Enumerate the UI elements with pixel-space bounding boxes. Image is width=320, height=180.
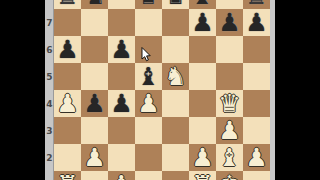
square-b4[interactable]: ♟	[81, 90, 108, 117]
square-h3[interactable]	[243, 117, 270, 144]
white-pawn[interactable]: ♟	[54, 90, 81, 117]
square-g1[interactable]: ♚	[216, 171, 243, 180]
chess-board[interactable]: ♜♞♛♚♝♜♟♟♟♟♟♝♞♟♟♟♟♛♟♟♟♝♟♜♝♜♚	[54, 0, 270, 180]
square-h1[interactable]	[243, 171, 270, 180]
black-rook[interactable]: ♜	[54, 0, 81, 9]
square-f1[interactable]: ♜	[189, 171, 216, 180]
square-b5[interactable]	[81, 63, 108, 90]
square-g2[interactable]: ♝	[216, 144, 243, 171]
black-pawn[interactable]: ♟	[216, 9, 243, 36]
square-a7[interactable]	[54, 9, 81, 36]
square-b7[interactable]	[81, 9, 108, 36]
square-c1[interactable]: ♝	[108, 171, 135, 180]
square-d7[interactable]	[135, 9, 162, 36]
square-g5[interactable]	[216, 63, 243, 90]
black-pawn[interactable]: ♟	[189, 9, 216, 36]
white-pawn[interactable]: ♟	[243, 144, 270, 171]
square-a8[interactable]: ♜	[54, 0, 81, 9]
square-a5[interactable]	[54, 63, 81, 90]
black-pawn[interactable]: ♟	[108, 90, 135, 117]
square-e6[interactable]	[162, 36, 189, 63]
square-f3[interactable]	[189, 117, 216, 144]
rank-coordinate-strip: 87654321	[45, 0, 54, 180]
square-h2[interactable]: ♟	[243, 144, 270, 171]
square-f4[interactable]	[189, 90, 216, 117]
black-pawn[interactable]: ♟	[81, 90, 108, 117]
black-queen[interactable]: ♛	[135, 0, 162, 9]
square-f7[interactable]: ♟	[189, 9, 216, 36]
square-c8[interactable]	[108, 0, 135, 9]
square-d2[interactable]	[135, 144, 162, 171]
white-pawn[interactable]: ♟	[189, 144, 216, 171]
rank-label-4: 4	[45, 90, 54, 117]
rank-label-7: 7	[45, 9, 54, 36]
white-bishop[interactable]: ♝	[216, 144, 243, 171]
square-e7[interactable]	[162, 9, 189, 36]
square-c6[interactable]: ♟	[108, 36, 135, 63]
square-h4[interactable]	[243, 90, 270, 117]
rank-label-1: 1	[45, 171, 54, 180]
square-a2[interactable]	[54, 144, 81, 171]
square-h7[interactable]: ♟	[243, 9, 270, 36]
square-g3[interactable]: ♟	[216, 117, 243, 144]
square-c5[interactable]	[108, 63, 135, 90]
white-rook[interactable]: ♜	[189, 171, 216, 180]
black-pawn[interactable]: ♟	[108, 36, 135, 63]
square-d4[interactable]: ♟	[135, 90, 162, 117]
square-h6[interactable]	[243, 36, 270, 63]
square-a1[interactable]: ♜	[54, 171, 81, 180]
white-pawn[interactable]: ♟	[216, 117, 243, 144]
board-right-edge-strip	[270, 0, 275, 180]
square-f2[interactable]: ♟	[189, 144, 216, 171]
black-knight[interactable]: ♞	[81, 0, 108, 9]
square-d5[interactable]: ♝	[135, 63, 162, 90]
square-e5[interactable]: ♞	[162, 63, 189, 90]
white-king[interactable]: ♚	[216, 171, 243, 180]
black-pawn[interactable]: ♟	[243, 9, 270, 36]
white-queen[interactable]: ♛	[216, 90, 243, 117]
square-f5[interactable]	[189, 63, 216, 90]
square-b3[interactable]	[81, 117, 108, 144]
square-c4[interactable]: ♟	[108, 90, 135, 117]
square-c2[interactable]	[108, 144, 135, 171]
square-b8[interactable]: ♞	[81, 0, 108, 9]
square-d3[interactable]	[135, 117, 162, 144]
rank-label-2: 2	[45, 144, 54, 171]
rank-label-8: 8	[45, 0, 54, 9]
square-g4[interactable]: ♛	[216, 90, 243, 117]
square-e3[interactable]	[162, 117, 189, 144]
white-pawn[interactable]: ♟	[135, 90, 162, 117]
square-b2[interactable]: ♟	[81, 144, 108, 171]
square-a4[interactable]: ♟	[54, 90, 81, 117]
square-b1[interactable]	[81, 171, 108, 180]
square-c7[interactable]	[108, 9, 135, 36]
square-d8[interactable]: ♛	[135, 0, 162, 9]
square-a3[interactable]	[54, 117, 81, 144]
mouse-cursor-icon	[141, 47, 153, 63]
square-a6[interactable]: ♟	[54, 36, 81, 63]
rank-label-5: 5	[45, 63, 54, 90]
square-e1[interactable]	[162, 171, 189, 180]
square-d1[interactable]	[135, 171, 162, 180]
square-e2[interactable]	[162, 144, 189, 171]
white-rook[interactable]: ♜	[54, 171, 81, 180]
black-pawn[interactable]: ♟	[54, 36, 81, 63]
rank-label-3: 3	[45, 117, 54, 144]
square-c3[interactable]	[108, 117, 135, 144]
square-g7[interactable]: ♟	[216, 9, 243, 36]
square-e4[interactable]	[162, 90, 189, 117]
square-f6[interactable]	[189, 36, 216, 63]
video-frame: 87654321 ♜♞♛♚♝♜♟♟♟♟♟♝♞♟♟♟♟♛♟♟♟♝♟♜♝♜♚	[0, 0, 320, 180]
square-e8[interactable]: ♚	[162, 0, 189, 9]
square-h5[interactable]	[243, 63, 270, 90]
rank-label-6: 6	[45, 36, 54, 63]
letterbox-left	[0, 0, 45, 180]
black-king[interactable]: ♚	[162, 0, 189, 9]
black-bishop[interactable]: ♝	[135, 63, 162, 90]
white-pawn[interactable]: ♟	[81, 144, 108, 171]
square-b6[interactable]	[81, 36, 108, 63]
white-knight[interactable]: ♞	[162, 63, 189, 90]
square-g6[interactable]	[216, 36, 243, 63]
letterbox-right	[275, 0, 320, 180]
white-bishop[interactable]: ♝	[108, 171, 135, 180]
